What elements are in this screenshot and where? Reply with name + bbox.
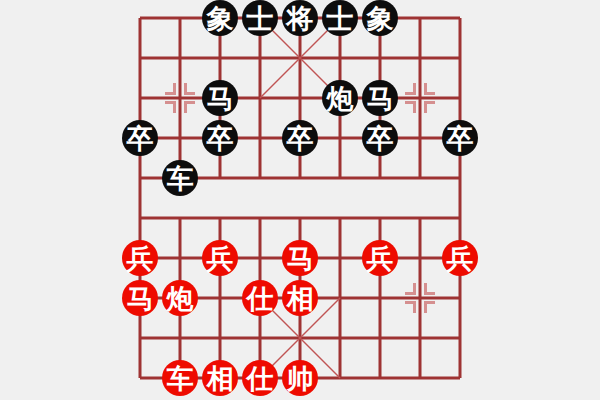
piece-black-cannon[interactable]: 炮 [322, 80, 358, 116]
xiangqi-board: 象士将士象马炮马卒卒卒卒卒车兵兵马兵兵马炮仕相车相仕帅 [140, 18, 460, 378]
piece-black-horse[interactable]: 马 [202, 80, 238, 116]
piece-red-cannon[interactable]: 炮 [162, 280, 198, 316]
piece-black-horse[interactable]: 马 [362, 80, 398, 116]
marker-corner [165, 83, 176, 95]
last-move-marker [405, 283, 435, 313]
piece-black-chariot[interactable]: 车 [162, 160, 198, 196]
marker-corner [405, 83, 416, 95]
piece-black-advisor[interactable]: 士 [242, 0, 278, 36]
xiangqi-app: 象士将士象马炮马卒卒卒卒卒车兵兵马兵兵马炮仕相车相仕帅 [0, 0, 600, 400]
piece-black-soldier[interactable]: 卒 [282, 120, 318, 156]
piece-black-soldier[interactable]: 卒 [202, 120, 238, 156]
piece-red-soldier[interactable]: 兵 [362, 240, 398, 276]
marker-corner [405, 283, 416, 295]
piece-black-soldier[interactable]: 卒 [122, 120, 158, 156]
piece-red-elephant[interactable]: 相 [282, 280, 318, 316]
piece-red-horse[interactable]: 马 [282, 240, 318, 276]
marker-corner [424, 101, 435, 113]
piece-black-elephant[interactable]: 象 [202, 0, 238, 36]
last-move-marker [405, 83, 435, 113]
piece-red-advisor[interactable]: 仕 [242, 280, 278, 316]
marker-corner [405, 101, 416, 113]
marker-corner [405, 301, 416, 313]
marker-corner [165, 101, 176, 113]
piece-red-advisor[interactable]: 仕 [242, 360, 278, 396]
marker-corner [184, 83, 195, 95]
piece-black-elephant[interactable]: 象 [362, 0, 398, 36]
piece-black-advisor[interactable]: 士 [322, 0, 358, 36]
piece-red-elephant[interactable]: 相 [202, 360, 238, 396]
last-move-marker [165, 83, 195, 113]
piece-red-chariot[interactable]: 车 [162, 360, 198, 396]
piece-black-general[interactable]: 将 [282, 0, 318, 36]
board-grid-lines [140, 18, 460, 378]
piece-red-horse[interactable]: 马 [122, 280, 158, 316]
marker-corner [424, 83, 435, 95]
marker-corner [424, 283, 435, 295]
marker-corner [184, 101, 195, 113]
piece-black-soldier[interactable]: 卒 [442, 120, 478, 156]
piece-red-soldier[interactable]: 兵 [442, 240, 478, 276]
piece-red-soldier[interactable]: 兵 [122, 240, 158, 276]
piece-red-soldier[interactable]: 兵 [202, 240, 238, 276]
marker-corner [424, 301, 435, 313]
piece-black-soldier[interactable]: 卒 [362, 120, 398, 156]
piece-red-general[interactable]: 帅 [282, 360, 318, 396]
